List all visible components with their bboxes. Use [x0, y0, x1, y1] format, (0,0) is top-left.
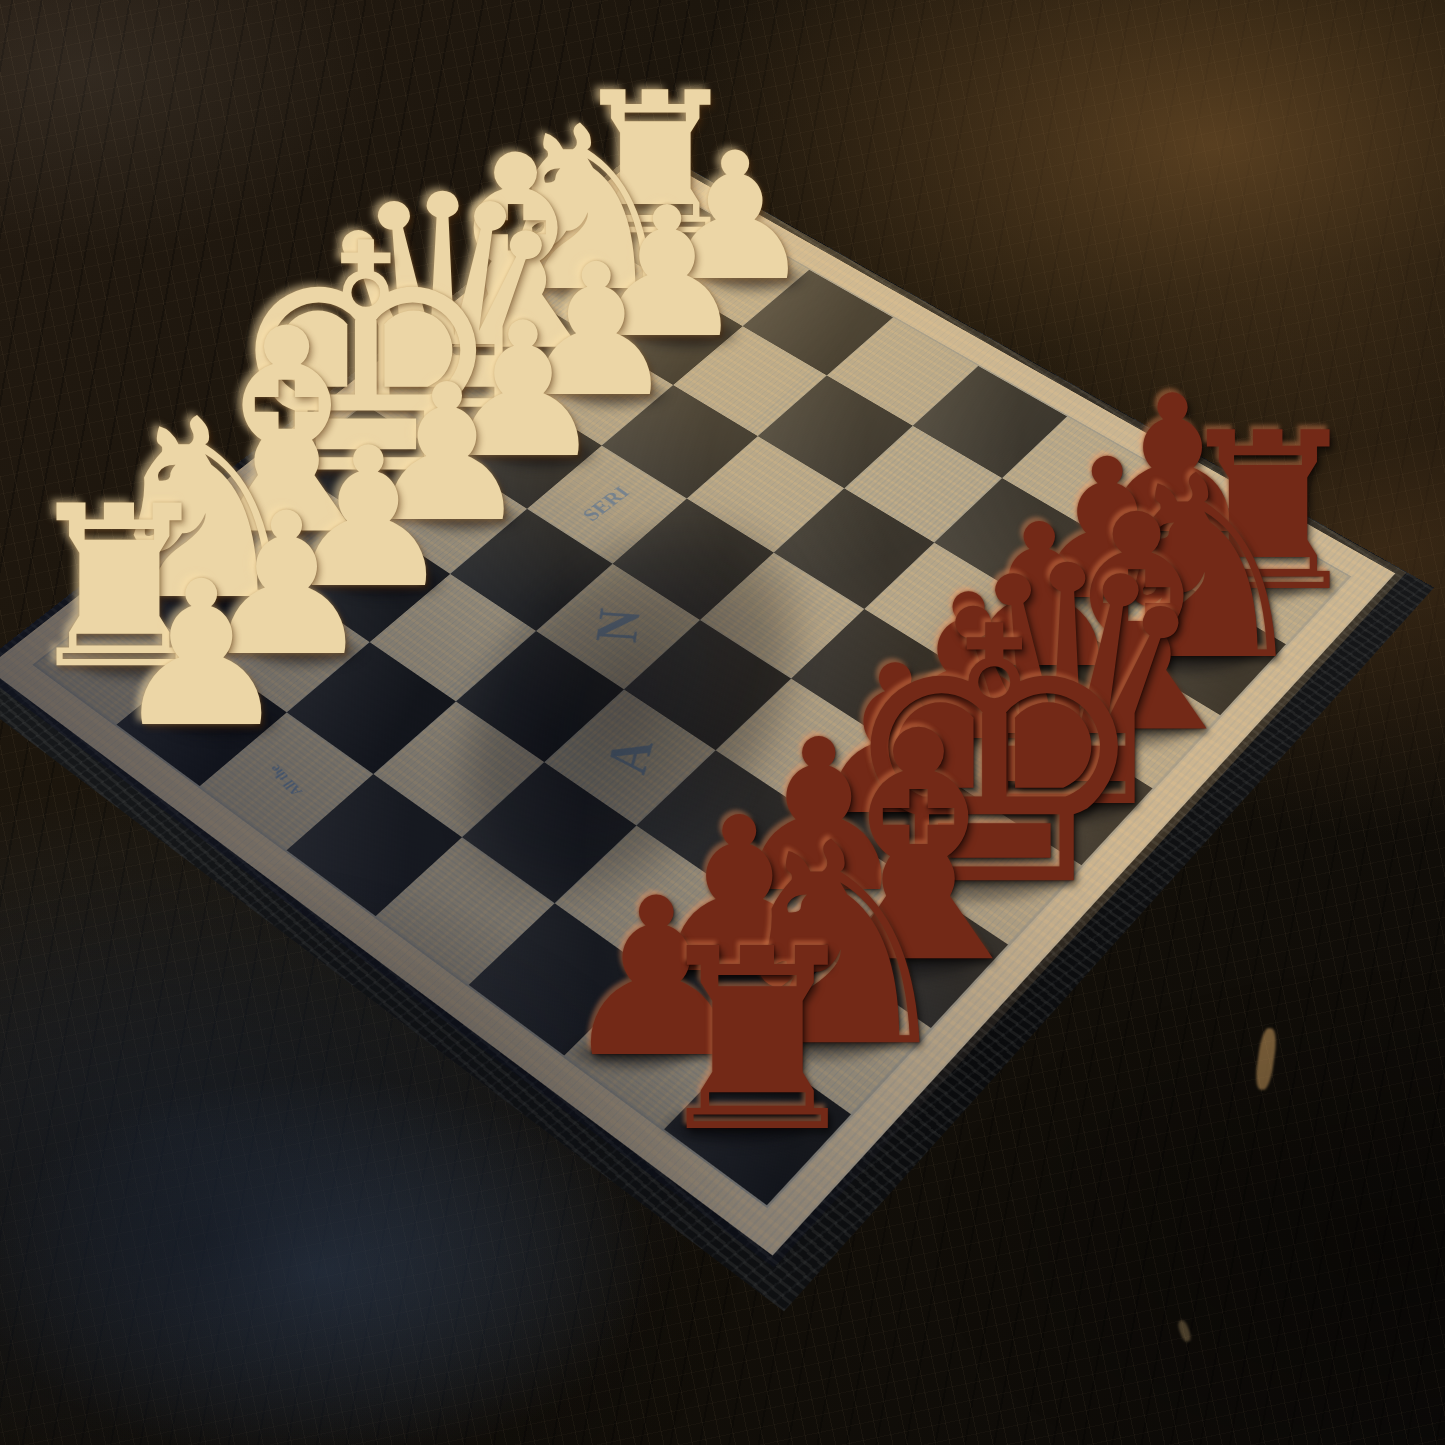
- piece-white-bishop-f1: ♝: [160, 293, 413, 575]
- piece-shadow: [1003, 573, 1167, 619]
- piece-black-queen-d8: ♛: [919, 524, 1215, 854]
- piece-shadow: [464, 433, 622, 478]
- piece-white-pawn-d2: ♟: [440, 298, 607, 484]
- piece-black-rook-a8: ♜: [1171, 403, 1366, 621]
- piece-black-pawn-f7: ♟: [725, 712, 913, 921]
- piece-shadow: [988, 689, 1241, 761]
- piece-shadow: [119, 565, 330, 625]
- piece-shadow: [904, 759, 1185, 838]
- piece-shadow: [510, 260, 702, 314]
- piece-shadow: [611, 314, 763, 357]
- piece-shadow: [542, 1026, 728, 1078]
- piece-shadow: [762, 917, 1031, 993]
- piece-white-pawn-e2: ♟: [362, 359, 532, 548]
- piece-shadow: [136, 698, 306, 746]
- piece-black-pawn-a7: ♟: [1087, 371, 1257, 561]
- piece-shadow: [1154, 560, 1339, 612]
- piece-shadow: [933, 642, 1101, 689]
- piece-white-pawn-h2: ♟: [112, 554, 292, 754]
- piece-white-pawn-f2: ♟: [282, 422, 455, 615]
- piece-white-pawn-c2: ♟: [515, 240, 679, 422]
- piece-black-rook-h8: ♜: [645, 916, 870, 1167]
- piece-white-queen-d1: ♛: [310, 157, 575, 453]
- piece-shadow: [699, 1005, 936, 1072]
- piece-black-pawn-g7: ♟: [644, 789, 836, 1003]
- piece-shadow: [336, 368, 587, 439]
- piece-shadow: [223, 628, 390, 675]
- piece-shadow: [629, 1096, 842, 1156]
- piece-black-pawn-d7: ♟: [879, 568, 1059, 769]
- piece-black-pawn-e7: ♟: [803, 639, 987, 844]
- piece-white-rook-h1: ♜: [20, 477, 219, 699]
- piece-black-pawn-c7: ♟: [951, 500, 1128, 697]
- piece-white-rook-a1: ♜: [567, 68, 743, 264]
- piece-shadow: [252, 427, 520, 503]
- piece-shadow: [680, 257, 830, 299]
- piece-shadow: [387, 495, 548, 540]
- piece-white-knight-b1: ♞: [485, 98, 688, 324]
- piece-black-pawn-h7: ♟: [558, 869, 754, 1087]
- piece-shadow: [1075, 624, 1289, 685]
- piece-white-pawn-b2: ♟: [587, 184, 748, 363]
- piece-shadow: [306, 560, 470, 606]
- piece-white-bishop-c1: ♝: [396, 121, 636, 388]
- piece-shadow: [45, 636, 234, 689]
- chess-photo-scene: All theSERINARed Star ♜♞♝♛♚♝♞♜♟♟♟♟♟♟♟♟♟♟…: [0, 0, 1445, 1445]
- piece-shadow: [786, 786, 960, 835]
- piece-white-knight-g1: ♞: [93, 387, 315, 635]
- piece-shadow: [592, 209, 759, 256]
- piece-shadow: [708, 863, 886, 913]
- piece-white-king-e1: ♚: [224, 202, 507, 517]
- piece-black-bishop-f8: ♝: [777, 692, 1061, 1009]
- piece-shadow: [539, 372, 694, 416]
- piece-black-knight-g8: ♞: [715, 806, 965, 1085]
- piece-black-pawn-b7: ♟: [1020, 434, 1193, 628]
- piece-white-pawn-a2: ♟: [656, 130, 814, 306]
- piece-black-knight-b8: ♞: [1091, 443, 1317, 695]
- piece-shadow: [822, 833, 1122, 918]
- piece-white-pawn-g2: ♟: [198, 487, 374, 684]
- piece-black-king-e8: ♚: [836, 582, 1153, 935]
- piece-shadow: [861, 713, 1032, 761]
- pieces-layer: ♜♞♝♛♚♝♞♜♟♟♟♟♟♟♟♟♟♟♟♟♟♟♟♟♜♞♝♛♚♝♞♜: [0, 0, 1445, 1445]
- piece-black-bishop-c8: ♝: [1003, 476, 1270, 774]
- piece-shadow: [1070, 508, 1231, 554]
- piece-shadow: [626, 943, 808, 994]
- piece-shadow: [422, 312, 649, 376]
- piece-shadow: [187, 495, 427, 563]
